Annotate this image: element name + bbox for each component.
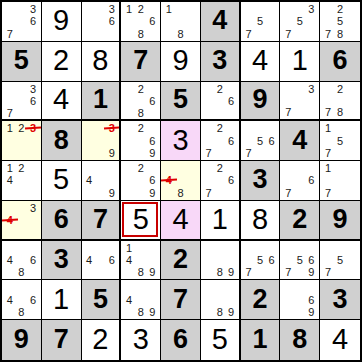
cell-r9c1[interactable]: 9 — [2, 320, 42, 360]
pencil-marks: 278 — [320, 82, 360, 120]
solved-digit: 4 — [53, 85, 69, 115]
cell-r7c3[interactable]: 46 — [82, 241, 122, 281]
pencil-marks: 48 — [161, 161, 200, 200]
candidate-mark: 8 — [16, 306, 28, 318]
cell-r5c1[interactable]: 124 — [2, 161, 42, 201]
cell-r6c6[interactable]: 1 — [201, 201, 241, 241]
cell-r6c9[interactable]: 9 — [320, 201, 360, 241]
cell-r7c4[interactable]: 1489 — [121, 241, 161, 281]
cell-r5c9[interactable]: 17 — [320, 161, 360, 201]
candidate-mark: 9 — [147, 147, 159, 159]
pencil-marks: 49 — [82, 161, 120, 200]
candidate-mark: 8 — [16, 266, 28, 278]
candidate-mark: 8 — [214, 306, 225, 318]
cell-r2c6[interactable]: 3 — [201, 42, 241, 82]
pencil-marks: 468 — [2, 280, 41, 319]
pencil-marks: 18 — [161, 2, 200, 41]
candidate-mark: 2 — [214, 83, 225, 95]
pencil-marks: 367 — [2, 82, 41, 120]
pencil-marks: 489 — [121, 280, 160, 319]
cell-r1c2[interactable]: 9 — [42, 2, 82, 42]
candidate-mark: 6 — [266, 135, 278, 147]
candidate-mark: 1 — [123, 3, 135, 15]
pencil-marks: 269 — [121, 121, 160, 160]
cell-r3c2[interactable]: 4 — [42, 82, 82, 122]
pencil-marks: 357 — [280, 2, 319, 41]
candidate-mark: 9 — [306, 266, 318, 278]
candidate-mark: 4 — [84, 174, 95, 186]
candidate-mark: 7 — [282, 28, 294, 40]
pencil-marks: 57 — [320, 241, 360, 280]
candidate-mark: 6 — [266, 254, 278, 266]
candidate-mark: 6 — [27, 254, 39, 266]
candidate-mark: 7 — [203, 147, 214, 159]
candidate-mark: 8 — [175, 187, 187, 199]
cell-r1c6[interactable]: 4 — [201, 2, 241, 42]
candidate-mark: 7 — [203, 187, 214, 199]
candidate-mark: 7 — [322, 28, 334, 40]
candidate-mark: 2 — [334, 83, 346, 95]
cell-r3c5[interactable]: 5 — [161, 82, 201, 122]
given-digit: 2 — [292, 206, 307, 234]
cell-r4c5[interactable]: 3 — [161, 121, 201, 161]
candidate-mark: 6 — [306, 294, 318, 306]
pencil-marks: 267 — [201, 121, 239, 160]
cell-r8c9[interactable]: 3 — [320, 280, 360, 320]
candidate-mark: 3 — [106, 3, 117, 15]
given-digit: 4 — [212, 7, 227, 35]
candidate-mark: 7 — [282, 106, 294, 118]
candidate-mark: 9 — [225, 306, 236, 318]
cell-r4c6[interactable]: 267 — [201, 121, 241, 161]
candidate-mark: 6 — [306, 174, 318, 186]
given-digit: 4 — [292, 127, 307, 155]
cell-r9c8[interactable]: 8 — [280, 320, 320, 360]
cell-r5c5[interactable]: 48 — [161, 161, 201, 201]
pencil-marks: 567 — [241, 241, 280, 280]
cell-r5c2[interactable]: 5 — [42, 161, 82, 201]
candidate-mark: 7 — [322, 187, 334, 199]
cell-r2c4[interactable]: 7 — [121, 42, 161, 82]
candidate-mark: 8 — [334, 28, 346, 40]
candidate-mark: 9 — [106, 187, 117, 199]
pencil-marks: 123 — [2, 121, 41, 160]
given-digit: 5 — [93, 286, 108, 314]
cell-r2c3[interactable]: 8 — [82, 42, 122, 82]
solved-digit: 4 — [172, 205, 188, 235]
given-digit: 9 — [253, 86, 268, 114]
cell-r7c6[interactable]: 89 — [201, 241, 241, 281]
given-digit: 9 — [333, 206, 348, 234]
solved-digit: 1 — [53, 285, 69, 315]
cell-r6c1[interactable]: 34 — [2, 201, 42, 241]
cell-r8c5[interactable]: 7 — [161, 280, 201, 320]
candidate-mark: 1 — [322, 162, 334, 174]
candidate-mark: 7 — [282, 187, 294, 199]
given-digit: 3 — [54, 246, 69, 274]
candidate-mark: 7 — [322, 106, 334, 118]
given-digit: 6 — [54, 206, 69, 234]
solved-digit: 1 — [292, 46, 308, 76]
cell-r1c9[interactable]: 2578 — [320, 2, 360, 42]
given-digit: 2 — [253, 286, 268, 314]
cell-r5c3[interactable]: 49 — [82, 161, 122, 201]
given-digit: 3 — [333, 286, 348, 314]
cell-r8c4[interactable]: 489 — [121, 280, 161, 320]
candidate-mark: 7 — [243, 28, 255, 40]
pencil-marks: 124 — [2, 161, 41, 200]
eliminated-candidate-mark: 3 — [27, 122, 39, 134]
given-digit: 7 — [54, 326, 69, 354]
cell-r4c9[interactable]: 157 — [320, 121, 360, 161]
cell-r6c5[interactable]: 4 — [161, 201, 201, 241]
cell-r8c1[interactable]: 468 — [2, 280, 42, 320]
cell-r7c8[interactable]: 5679 — [280, 241, 320, 281]
pencil-marks: 157 — [320, 121, 360, 160]
candidate-mark: 6 — [225, 95, 236, 107]
candidate-mark: 4 — [123, 294, 135, 306]
pencil-marks: 2578 — [320, 2, 360, 41]
solved-digit: 1 — [212, 205, 228, 235]
cell-r1c4[interactable]: 1268 — [121, 2, 161, 42]
cell-r4c3[interactable]: 39 — [82, 121, 122, 161]
pencil-marks: 468 — [2, 241, 41, 280]
given-digit: 8 — [54, 127, 69, 155]
solved-digit: 2 — [53, 46, 69, 76]
pencil-marks: 89 — [201, 241, 239, 280]
cell-r8c7[interactable]: 2 — [241, 280, 281, 320]
cell-r6c4[interactable]: 5 — [121, 201, 161, 241]
solved-digit: 9 — [53, 6, 69, 36]
solved-digit: 9 — [172, 46, 188, 76]
cell-r2c8[interactable]: 1 — [280, 42, 320, 82]
cell-r2c1[interactable]: 5 — [2, 42, 42, 82]
solved-digit: 4 — [332, 325, 348, 355]
cell-r3c7[interactable]: 9 — [241, 82, 281, 122]
candidate-mark: 6 — [106, 254, 117, 266]
cell-r5c6[interactable]: 267 — [201, 161, 241, 201]
candidate-mark: 5 — [254, 254, 266, 266]
candidate-mark: 2 — [135, 122, 147, 134]
candidate-mark: 9 — [306, 306, 318, 318]
candidate-mark: 7 — [282, 266, 294, 278]
eliminated-candidate-mark: 4 — [163, 174, 175, 186]
cell-r9c5[interactable]: 6 — [161, 320, 201, 360]
pencil-marks: 67 — [280, 161, 319, 200]
solved-digit: 3 — [172, 126, 188, 156]
solved-digit: 5 — [53, 165, 69, 195]
pencil-marks: 17 — [320, 161, 360, 200]
cell-r7c9[interactable]: 57 — [320, 241, 360, 281]
cell-r9c4[interactable]: 3 — [121, 320, 161, 360]
candidate-mark: 1 — [123, 242, 135, 254]
given-digit: 3 — [212, 47, 227, 75]
pencil-marks: 567 — [241, 121, 280, 160]
candidate-mark: 2 — [16, 162, 28, 174]
candidate-mark: 5 — [334, 135, 346, 147]
given-digit: 9 — [14, 326, 29, 354]
cell-r4c1[interactable]: 123 — [2, 121, 42, 161]
cell-r6c2[interactable]: 6 — [42, 201, 82, 241]
solved-digit: 4 — [252, 46, 268, 76]
cell-r7c5[interactable]: 2 — [161, 241, 201, 281]
candidate-mark: 8 — [135, 306, 147, 318]
candidate-mark: 9 — [147, 306, 159, 318]
cell-r7c2[interactable]: 3 — [42, 241, 82, 281]
cell-r1c7[interactable]: 57 — [241, 2, 281, 42]
cell-r6c8[interactable]: 2 — [280, 201, 320, 241]
candidate-mark: 7 — [4, 28, 16, 40]
cell-r8c8[interactable]: 69 — [280, 280, 320, 320]
candidate-mark: 7 — [243, 266, 255, 278]
cell-r9c2[interactable]: 7 — [42, 320, 82, 360]
cell-r1c8[interactable]: 357 — [280, 2, 320, 42]
candidate-mark: 2 — [334, 3, 346, 15]
candidate-mark: 8 — [175, 28, 187, 40]
candidate-mark: 3 — [306, 83, 318, 95]
cell-r3c6[interactable]: 26 — [201, 82, 241, 122]
solved-digit: 5 — [133, 205, 149, 235]
cell-r2c5[interactable]: 9 — [161, 42, 201, 82]
cell-r6c3[interactable]: 7 — [82, 201, 122, 241]
candidate-mark: 5 — [254, 135, 266, 147]
given-digit: 6 — [333, 47, 348, 75]
eliminated-candidate-mark: 3 — [106, 122, 117, 134]
cell-r5c7[interactable]: 3 — [241, 161, 281, 201]
solved-digit: 8 — [252, 205, 268, 235]
cell-r3c4[interactable]: 268 — [121, 82, 161, 122]
pencil-marks: 46 — [82, 241, 120, 280]
cell-r4c8[interactable]: 4 — [280, 121, 320, 161]
candidate-mark: 6 — [27, 95, 39, 107]
pencil-marks: 1489 — [121, 241, 160, 280]
cell-r7c1[interactable]: 468 — [2, 241, 42, 281]
cell-r3c9[interactable]: 278 — [320, 82, 360, 122]
cell-r9c3[interactable]: 2 — [82, 320, 122, 360]
candidate-mark: 6 — [147, 95, 159, 107]
cell-r2c2[interactable]: 2 — [42, 42, 82, 82]
given-digit: 8 — [292, 326, 307, 354]
candidate-mark: 8 — [135, 107, 147, 119]
pencil-marks: 367 — [2, 2, 41, 41]
cell-r1c3[interactable]: 36 — [82, 2, 122, 42]
candidate-mark: 7 — [322, 266, 334, 278]
pencil-marks: 268 — [121, 82, 160, 120]
candidate-mark: 9 — [147, 266, 159, 278]
candidate-mark: 4 — [4, 294, 16, 306]
given-digit: 7 — [133, 47, 148, 75]
cell-r1c5[interactable]: 18 — [161, 2, 201, 42]
solved-digit: 5 — [212, 325, 228, 355]
cell-r8c2[interactable]: 1 — [42, 280, 82, 320]
cell-r3c8[interactable]: 37 — [280, 82, 320, 122]
candidate-mark: 8 — [334, 106, 346, 118]
candidate-mark: 4 — [4, 174, 16, 186]
candidate-mark: 2 — [135, 3, 147, 15]
candidate-mark: 5 — [294, 15, 306, 27]
candidate-mark: 8 — [135, 28, 147, 40]
candidate-mark: 9 — [147, 187, 159, 199]
candidate-mark: 5 — [334, 15, 346, 27]
candidate-mark: 6 — [147, 135, 159, 147]
given-digit: 5 — [14, 47, 29, 75]
candidate-mark: 2 — [135, 83, 147, 95]
candidate-mark: 5 — [334, 254, 346, 266]
candidate-mark: 5 — [254, 15, 266, 27]
candidate-mark: 3 — [27, 202, 39, 214]
candidate-mark: 1 — [163, 3, 175, 15]
pencil-marks: 37 — [280, 82, 319, 120]
given-digit: 7 — [93, 206, 108, 234]
sudoku-board: 3679361268184573572578528793416367412685… — [0, 0, 362, 362]
candidate-mark: 6 — [225, 135, 236, 147]
pencil-marks: 5679 — [280, 241, 319, 280]
cell-r5c8[interactable]: 67 — [280, 161, 320, 201]
cell-r2c9[interactable]: 6 — [320, 42, 360, 82]
candidate-mark: 9 — [225, 266, 236, 278]
given-digit: 5 — [173, 86, 188, 114]
solved-digit: 8 — [92, 46, 108, 76]
cell-r8c3[interactable]: 5 — [82, 280, 122, 320]
candidate-mark: 6 — [27, 15, 39, 27]
cell-r8c6[interactable]: 89 — [201, 280, 241, 320]
cell-r5c4[interactable]: 269 — [121, 161, 161, 201]
given-digit: 7 — [173, 286, 188, 314]
pencil-marks: 57 — [241, 2, 280, 41]
pencil-marks: 36 — [82, 2, 120, 41]
cell-r2c7[interactable]: 4 — [241, 42, 281, 82]
pencil-marks: 69 — [280, 280, 319, 319]
cell-r3c3[interactable]: 1 — [82, 82, 122, 122]
cell-r9c6[interactable]: 5 — [201, 320, 241, 360]
solved-digit: 3 — [133, 325, 149, 355]
candidate-mark: 7 — [322, 147, 334, 159]
cell-r4c4[interactable]: 269 — [121, 121, 161, 161]
pencil-marks: 39 — [82, 121, 120, 160]
given-digit: 3 — [253, 166, 268, 194]
candidate-mark: 5 — [294, 254, 306, 266]
candidate-mark: 8 — [135, 266, 147, 278]
pencil-marks: 26 — [201, 82, 239, 120]
pencil-marks: 1268 — [121, 2, 160, 41]
pencil-marks: 267 — [201, 161, 239, 200]
given-digit: 2 — [173, 246, 188, 274]
candidate-mark: 3 — [27, 3, 39, 15]
cell-r7c7[interactable]: 567 — [241, 241, 281, 281]
candidate-mark: 9 — [106, 147, 117, 159]
candidate-mark: 1 — [322, 122, 334, 134]
candidate-mark: 4 — [84, 254, 95, 266]
pencil-marks: 89 — [201, 280, 239, 319]
candidate-mark: 6 — [106, 15, 117, 27]
cell-r9c9[interactable]: 4 — [320, 320, 360, 360]
eliminated-candidate-mark: 4 — [4, 214, 16, 226]
candidate-mark: 2 — [135, 162, 147, 174]
cell-r4c2[interactable]: 8 — [42, 121, 82, 161]
candidate-mark: 2 — [214, 122, 225, 134]
cell-r6c7[interactable]: 8 — [241, 201, 281, 241]
given-digit: 1 — [253, 326, 268, 354]
candidate-mark: 6 — [147, 174, 159, 186]
pencil-marks: 269 — [121, 161, 160, 200]
candidate-mark: 6 — [225, 174, 236, 186]
candidate-mark: 6 — [147, 15, 159, 27]
candidate-mark: 3 — [306, 3, 318, 15]
candidate-mark: 6 — [27, 294, 39, 306]
cell-r4c7[interactable]: 567 — [241, 121, 281, 161]
candidate-mark: 3 — [27, 83, 39, 95]
given-digit: 6 — [173, 326, 188, 354]
candidate-mark: 8 — [214, 266, 225, 278]
candidate-mark: 4 — [4, 254, 16, 266]
candidate-mark: 7 — [4, 107, 16, 119]
given-digit: 1 — [93, 86, 108, 114]
cell-r3c1[interactable]: 367 — [2, 82, 42, 122]
candidate-mark: 2 — [214, 162, 225, 174]
pencil-marks: 34 — [2, 201, 41, 239]
cell-r1c1[interactable]: 367 — [2, 2, 42, 42]
solved-digit: 2 — [92, 325, 108, 355]
candidate-mark: 4 — [123, 254, 135, 266]
candidate-mark: 6 — [306, 254, 318, 266]
candidate-mark: 7 — [243, 147, 255, 159]
candidate-mark: 1 — [4, 162, 16, 174]
candidate-mark: 1 — [4, 122, 16, 134]
cell-r9c7[interactable]: 1 — [241, 320, 281, 360]
